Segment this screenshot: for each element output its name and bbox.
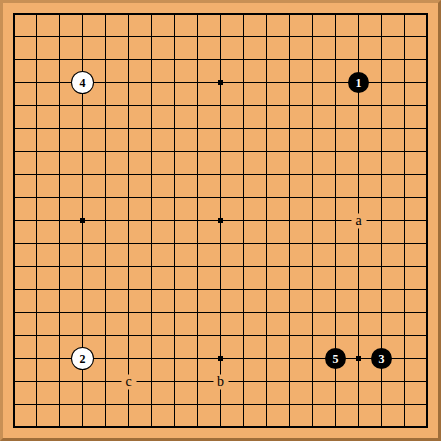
intersection — [140, 416, 163, 439]
star-point — [356, 356, 361, 361]
intersection — [324, 278, 347, 301]
intersection — [94, 25, 117, 48]
intersection — [2, 393, 25, 416]
intersection — [393, 117, 416, 140]
intersection — [370, 2, 393, 25]
intersection — [186, 278, 209, 301]
intersection — [117, 278, 140, 301]
intersection — [370, 48, 393, 71]
black-stone: 1 — [348, 72, 369, 93]
intersection — [117, 117, 140, 140]
intersection — [255, 163, 278, 186]
intersection — [324, 232, 347, 255]
intersection — [2, 186, 25, 209]
intersection — [232, 347, 255, 370]
intersection — [278, 48, 301, 71]
intersection — [2, 25, 25, 48]
intersection — [209, 25, 232, 48]
intersection — [117, 416, 140, 439]
intersection — [232, 393, 255, 416]
intersection — [140, 71, 163, 94]
intersection: 1 — [347, 71, 370, 94]
intersection — [278, 2, 301, 25]
intersection — [186, 25, 209, 48]
intersection — [186, 140, 209, 163]
intersection — [25, 416, 48, 439]
intersection — [416, 347, 439, 370]
intersection — [393, 186, 416, 209]
intersection — [48, 393, 71, 416]
intersection — [301, 2, 324, 25]
intersection — [2, 278, 25, 301]
intersection — [416, 393, 439, 416]
intersection — [71, 117, 94, 140]
intersection — [324, 255, 347, 278]
intersection — [163, 393, 186, 416]
intersection — [25, 209, 48, 232]
go-grid: 41a253cb — [2, 2, 439, 439]
intersection — [209, 255, 232, 278]
intersection — [209, 347, 232, 370]
intersection — [117, 393, 140, 416]
intersection — [370, 393, 393, 416]
star-point — [218, 80, 223, 85]
intersection — [186, 71, 209, 94]
intersection — [94, 209, 117, 232]
intersection — [94, 186, 117, 209]
intersection — [370, 163, 393, 186]
intersection — [301, 416, 324, 439]
intersection — [48, 232, 71, 255]
intersection — [186, 117, 209, 140]
intersection — [25, 278, 48, 301]
intersection — [48, 370, 71, 393]
intersection — [94, 117, 117, 140]
intersection — [94, 324, 117, 347]
intersection — [255, 347, 278, 370]
intersection: 5 — [324, 347, 347, 370]
intersection — [255, 416, 278, 439]
intersection — [278, 117, 301, 140]
intersection — [255, 393, 278, 416]
intersection — [48, 48, 71, 71]
black-stone: 5 — [325, 348, 346, 369]
intersection — [209, 393, 232, 416]
intersection — [370, 324, 393, 347]
intersection — [2, 347, 25, 370]
intersection — [232, 301, 255, 324]
intersection — [71, 324, 94, 347]
intersection — [255, 232, 278, 255]
intersection — [48, 25, 71, 48]
intersection — [370, 71, 393, 94]
intersection — [186, 301, 209, 324]
intersection — [140, 2, 163, 25]
intersection — [94, 2, 117, 25]
intersection — [347, 163, 370, 186]
intersection — [370, 117, 393, 140]
intersection — [416, 163, 439, 186]
intersection — [140, 278, 163, 301]
intersection — [209, 416, 232, 439]
intersection — [48, 416, 71, 439]
intersection — [370, 301, 393, 324]
intersection — [347, 347, 370, 370]
intersection — [416, 94, 439, 117]
letter-label: a — [351, 213, 366, 228]
intersection — [324, 25, 347, 48]
intersection — [71, 94, 94, 117]
intersection — [255, 324, 278, 347]
intersection — [209, 140, 232, 163]
letter-label: c — [121, 374, 136, 389]
intersection — [278, 232, 301, 255]
intersection — [324, 209, 347, 232]
intersection — [2, 48, 25, 71]
intersection — [2, 140, 25, 163]
intersection — [324, 324, 347, 347]
intersection — [48, 255, 71, 278]
intersection — [301, 301, 324, 324]
intersection — [232, 117, 255, 140]
intersection — [255, 2, 278, 25]
intersection — [324, 163, 347, 186]
intersection — [71, 209, 94, 232]
intersection — [347, 278, 370, 301]
intersection — [278, 25, 301, 48]
intersection — [186, 416, 209, 439]
intersection — [71, 232, 94, 255]
intersection — [347, 140, 370, 163]
intersection — [94, 48, 117, 71]
intersection — [393, 416, 416, 439]
intersection — [393, 25, 416, 48]
intersection — [48, 94, 71, 117]
intersection — [301, 71, 324, 94]
intersection — [140, 163, 163, 186]
intersection — [140, 209, 163, 232]
intersection — [255, 209, 278, 232]
intersection — [232, 255, 255, 278]
intersection — [25, 163, 48, 186]
intersection — [278, 301, 301, 324]
intersection — [416, 209, 439, 232]
intersection — [163, 301, 186, 324]
intersection — [278, 255, 301, 278]
intersection — [117, 71, 140, 94]
intersection — [25, 140, 48, 163]
intersection — [163, 94, 186, 117]
intersection — [393, 140, 416, 163]
intersection — [278, 94, 301, 117]
intersection — [25, 255, 48, 278]
intersection — [416, 416, 439, 439]
intersection — [48, 278, 71, 301]
intersection — [163, 347, 186, 370]
intersection — [163, 209, 186, 232]
intersection — [255, 255, 278, 278]
intersection — [140, 370, 163, 393]
intersection — [393, 232, 416, 255]
intersection — [347, 94, 370, 117]
intersection — [25, 48, 48, 71]
intersection — [71, 25, 94, 48]
intersection — [324, 370, 347, 393]
intersection — [232, 370, 255, 393]
intersection — [393, 370, 416, 393]
intersection — [186, 232, 209, 255]
intersection — [140, 117, 163, 140]
intersection — [71, 278, 94, 301]
intersection — [370, 232, 393, 255]
intersection — [301, 278, 324, 301]
intersection — [25, 117, 48, 140]
intersection — [71, 255, 94, 278]
intersection — [117, 186, 140, 209]
intersection — [393, 278, 416, 301]
intersection — [416, 255, 439, 278]
intersection — [370, 186, 393, 209]
intersection — [232, 25, 255, 48]
intersection — [117, 255, 140, 278]
intersection — [347, 2, 370, 25]
intersection — [324, 416, 347, 439]
intersection — [25, 393, 48, 416]
intersection — [232, 324, 255, 347]
intersection — [301, 117, 324, 140]
intersection — [301, 393, 324, 416]
intersection — [71, 186, 94, 209]
intersection — [370, 416, 393, 439]
intersection — [71, 393, 94, 416]
intersection — [393, 255, 416, 278]
intersection — [48, 163, 71, 186]
intersection — [71, 48, 94, 71]
intersection — [48, 301, 71, 324]
intersection — [232, 416, 255, 439]
intersection — [94, 232, 117, 255]
intersection — [347, 186, 370, 209]
intersection — [255, 186, 278, 209]
intersection — [186, 209, 209, 232]
intersection — [94, 278, 117, 301]
intersection — [71, 140, 94, 163]
intersection — [163, 163, 186, 186]
intersection — [186, 347, 209, 370]
intersection — [25, 301, 48, 324]
intersection — [416, 2, 439, 25]
intersection — [301, 324, 324, 347]
intersection — [370, 209, 393, 232]
intersection — [2, 163, 25, 186]
intersection — [209, 209, 232, 232]
intersection — [301, 186, 324, 209]
intersection — [140, 48, 163, 71]
intersection — [324, 117, 347, 140]
intersection — [278, 140, 301, 163]
intersection: c — [117, 370, 140, 393]
go-board: 41a253cb — [0, 0, 441, 441]
intersection — [25, 324, 48, 347]
intersection — [25, 94, 48, 117]
intersection: b — [209, 370, 232, 393]
intersection — [393, 2, 416, 25]
intersection — [255, 25, 278, 48]
intersection — [232, 94, 255, 117]
intersection — [416, 117, 439, 140]
intersection — [278, 163, 301, 186]
intersection — [25, 347, 48, 370]
intersection — [416, 301, 439, 324]
intersection — [324, 48, 347, 71]
intersection: 2 — [71, 347, 94, 370]
intersection — [209, 48, 232, 71]
intersection — [71, 416, 94, 439]
intersection — [416, 278, 439, 301]
intersection — [278, 71, 301, 94]
intersection — [163, 416, 186, 439]
intersection — [370, 140, 393, 163]
intersection — [232, 48, 255, 71]
intersection — [324, 140, 347, 163]
intersection — [232, 209, 255, 232]
intersection — [140, 324, 163, 347]
intersection — [117, 347, 140, 370]
intersection — [94, 255, 117, 278]
intersection — [2, 370, 25, 393]
intersection — [163, 25, 186, 48]
intersection — [393, 301, 416, 324]
intersection — [301, 25, 324, 48]
intersection — [163, 48, 186, 71]
intersection — [71, 301, 94, 324]
intersection — [186, 2, 209, 25]
intersection — [255, 140, 278, 163]
intersection — [301, 347, 324, 370]
intersection — [140, 232, 163, 255]
letter-label: b — [213, 374, 228, 389]
intersection — [2, 117, 25, 140]
intersection — [232, 232, 255, 255]
intersection — [393, 347, 416, 370]
intersection — [301, 163, 324, 186]
intersection — [301, 370, 324, 393]
intersection — [347, 370, 370, 393]
intersection — [163, 71, 186, 94]
intersection — [209, 232, 232, 255]
intersection — [347, 393, 370, 416]
intersection — [163, 370, 186, 393]
intersection — [94, 163, 117, 186]
intersection — [48, 71, 71, 94]
intersection — [186, 48, 209, 71]
intersection — [2, 416, 25, 439]
intersection — [301, 94, 324, 117]
intersection — [393, 393, 416, 416]
intersection — [163, 278, 186, 301]
intersection — [2, 71, 25, 94]
intersection — [301, 232, 324, 255]
intersection — [232, 186, 255, 209]
intersection — [416, 140, 439, 163]
intersection — [416, 232, 439, 255]
intersection — [232, 163, 255, 186]
intersection — [2, 232, 25, 255]
intersection — [209, 186, 232, 209]
intersection — [393, 163, 416, 186]
intersection — [370, 255, 393, 278]
intersection — [209, 2, 232, 25]
intersection — [140, 301, 163, 324]
intersection — [393, 209, 416, 232]
intersection — [94, 140, 117, 163]
intersection — [48, 347, 71, 370]
intersection — [301, 48, 324, 71]
intersection — [255, 71, 278, 94]
intersection — [209, 94, 232, 117]
intersection — [48, 209, 71, 232]
intersection — [25, 370, 48, 393]
intersection — [416, 370, 439, 393]
intersection — [94, 347, 117, 370]
intersection — [2, 94, 25, 117]
intersection — [163, 186, 186, 209]
intersection — [25, 186, 48, 209]
intersection — [71, 370, 94, 393]
intersection — [140, 186, 163, 209]
intersection — [416, 25, 439, 48]
intersection — [301, 255, 324, 278]
intersection — [117, 301, 140, 324]
intersection — [140, 255, 163, 278]
intersection — [370, 94, 393, 117]
intersection — [416, 71, 439, 94]
intersection — [209, 71, 232, 94]
intersection — [48, 2, 71, 25]
intersection — [117, 48, 140, 71]
intersection — [163, 324, 186, 347]
intersection — [2, 2, 25, 25]
intersection — [209, 301, 232, 324]
intersection — [347, 416, 370, 439]
intersection — [278, 324, 301, 347]
intersection — [324, 301, 347, 324]
intersection — [278, 393, 301, 416]
intersection — [2, 301, 25, 324]
intersection — [186, 186, 209, 209]
intersection — [370, 278, 393, 301]
intersection — [324, 71, 347, 94]
intersection — [71, 2, 94, 25]
white-stone: 4 — [72, 72, 93, 93]
intersection — [117, 94, 140, 117]
intersection — [209, 324, 232, 347]
intersection: 4 — [71, 71, 94, 94]
intersection — [301, 209, 324, 232]
intersection — [255, 117, 278, 140]
intersection — [94, 94, 117, 117]
intersection — [278, 347, 301, 370]
intersection — [25, 25, 48, 48]
intersection — [117, 324, 140, 347]
intersection — [347, 301, 370, 324]
intersection — [140, 25, 163, 48]
intersection — [71, 163, 94, 186]
intersection — [301, 140, 324, 163]
intersection — [140, 140, 163, 163]
intersection — [186, 163, 209, 186]
intersection — [48, 117, 71, 140]
